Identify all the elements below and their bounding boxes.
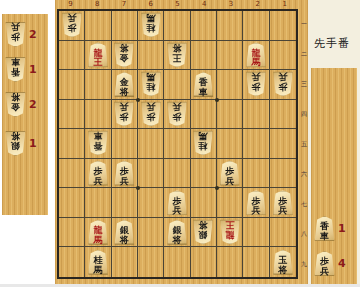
square-9-4[interactable] [59,100,85,130]
shogi-piece-歩兵[interactable]: 歩兵 [245,190,266,215]
shogi-piece-桂馬[interactable]: 桂馬 [193,131,214,156]
star-point [136,186,140,190]
rank-label: 二 [300,39,308,69]
rank-label: 五 [300,129,308,159]
shogi-piece-歩兵[interactable]: 歩兵 [166,190,187,215]
square-7-3[interactable]: 金将 [112,70,138,100]
file-label: 3 [218,0,245,9]
square-4-8[interactable]: 銀将 [191,218,217,248]
star-point [215,98,219,102]
square-6-7[interactable] [138,188,164,218]
shogi-piece-金将[interactable]: 金将 [5,92,26,117]
square-5-6[interactable] [164,159,190,189]
square-2-4[interactable] [243,100,269,130]
square-7-2[interactable]: 金将 [112,41,138,71]
square-4-7[interactable] [191,188,217,218]
square-4-1[interactable] [191,11,217,41]
shogi-piece-香車[interactable]: 香車 [193,72,214,97]
shogi-piece-歩兵[interactable]: 歩兵 [114,101,135,126]
square-3-1[interactable] [217,11,243,41]
shogi-piece-香車[interactable]: 香車 [314,216,335,241]
shogi-piece-歩兵[interactable]: 歩兵 [166,101,187,126]
square-1-5[interactable] [270,129,296,159]
square-2-9[interactable] [243,247,269,277]
rank-label: 四 [300,99,308,129]
square-4-2[interactable] [191,41,217,71]
square-1-6[interactable] [270,159,296,189]
shogi-piece-歩兵[interactable]: 歩兵 [245,72,266,97]
shogi-piece-金将[interactable]: 金将 [114,42,135,67]
square-3-9[interactable] [217,247,243,277]
square-6-3[interactable]: 桂馬 [138,70,164,100]
square-6-1[interactable]: 桂馬 [138,11,164,41]
shogi-piece-桂馬[interactable]: 桂馬 [140,13,161,38]
square-8-8[interactable]: 龍馬 [85,218,111,248]
sente-captured-tray: 香車1歩兵4 [311,68,357,287]
hand-count: 4 [338,258,346,269]
square-3-3[interactable] [217,70,243,100]
square-8-2[interactable]: 龍王 [85,41,111,71]
file-label: 2 [244,0,271,9]
square-8-4[interactable] [85,100,111,130]
square-9-2[interactable] [59,41,85,71]
shogi-piece-龍王[interactable]: 龍王 [219,220,240,245]
square-2-6[interactable] [243,159,269,189]
rank-label: 七 [300,189,308,219]
shogi-board: 987654321 歩兵桂馬龍王金将王将龍馬金将桂馬香車歩兵歩兵歩兵歩兵歩兵香車… [55,0,308,284]
square-7-9[interactable] [112,247,138,277]
square-8-1[interactable] [85,11,111,41]
rank-labels: 一二三四五六七八九 [300,9,308,279]
square-9-5[interactable] [59,129,85,159]
hand-slot: 歩兵2 [5,22,37,47]
square-4-5[interactable]: 桂馬 [191,129,217,159]
square-3-2[interactable] [217,41,243,71]
square-5-9[interactable] [164,247,190,277]
shogi-piece-銀将[interactable]: 銀将 [166,220,187,245]
square-7-4[interactable]: 歩兵 [112,100,138,130]
hand-slot: 香車1 [5,57,37,82]
rank-label: 九 [300,249,308,279]
square-8-3[interactable] [85,70,111,100]
square-3-7[interactable] [217,188,243,218]
square-2-7[interactable]: 歩兵 [243,188,269,218]
hand-slot: 金将2 [5,92,37,117]
hand-slot: 歩兵4 [314,251,346,276]
file-label: 1 [271,0,298,9]
hand-slot: 銀将1 [5,131,37,156]
hand-count: 1 [29,64,37,75]
shogi-piece-歩兵[interactable]: 歩兵 [61,13,82,38]
square-3-8[interactable]: 龍王 [217,218,243,248]
file-label: 4 [191,0,218,9]
square-5-7[interactable]: 歩兵 [164,188,190,218]
square-1-7[interactable]: 歩兵 [270,188,296,218]
shogi-piece-歩兵[interactable]: 歩兵 [140,101,161,126]
square-6-9[interactable] [138,247,164,277]
square-6-2[interactable] [138,41,164,71]
square-4-6[interactable] [191,159,217,189]
square-4-9[interactable] [191,247,217,277]
hand-slot: 香車1 [314,216,346,241]
square-5-5[interactable] [164,129,190,159]
square-1-3[interactable]: 歩兵 [270,70,296,100]
shogi-piece-香車[interactable]: 香車 [87,131,108,156]
square-2-8[interactable] [243,218,269,248]
shogi-piece-金将[interactable]: 金将 [114,72,135,97]
square-9-9[interactable] [59,247,85,277]
shogi-piece-歩兵[interactable]: 歩兵 [5,22,26,47]
square-5-8[interactable]: 銀将 [164,218,190,248]
star-point [215,186,219,190]
square-9-7[interactable] [59,188,85,218]
square-7-8[interactable]: 銀将 [112,218,138,248]
shogi-piece-歩兵[interactable]: 歩兵 [314,251,335,276]
square-6-4[interactable]: 歩兵 [138,100,164,130]
square-9-8[interactable] [59,218,85,248]
hand-count: 1 [29,138,37,149]
square-8-6[interactable]: 歩兵 [85,159,111,189]
file-label: 7 [111,0,138,9]
shogi-piece-銀将[interactable]: 銀将 [5,131,26,156]
file-label: 8 [84,0,111,9]
square-8-7[interactable] [85,188,111,218]
shogi-piece-歩兵[interactable]: 歩兵 [219,161,240,186]
shogi-piece-王将[interactable]: 王将 [166,42,187,67]
square-1-2[interactable] [270,41,296,71]
square-9-1[interactable]: 歩兵 [59,11,85,41]
square-4-4[interactable] [191,100,217,130]
square-8-5[interactable]: 香車 [85,129,111,159]
square-7-5[interactable] [112,129,138,159]
shogi-piece-歩兵[interactable]: 歩兵 [272,190,293,215]
shogi-piece-歩兵[interactable]: 歩兵 [114,161,135,186]
square-9-6[interactable] [59,159,85,189]
square-2-5[interactable] [243,129,269,159]
square-7-6[interactable]: 歩兵 [112,159,138,189]
shogi-piece-歩兵[interactable]: 歩兵 [87,161,108,186]
rank-label: 六 [300,159,308,189]
square-5-4[interactable]: 歩兵 [164,100,190,130]
hand-count: 1 [338,223,346,234]
square-3-6[interactable]: 歩兵 [217,159,243,189]
square-5-3[interactable] [164,70,190,100]
square-1-8[interactable] [270,218,296,248]
square-6-5[interactable] [138,129,164,159]
square-8-9[interactable]: 桂馬 [85,247,111,277]
shogi-piece-銀将[interactable]: 銀将 [114,220,135,245]
square-5-2[interactable]: 王将 [164,41,190,71]
shogi-piece-龍馬[interactable]: 龍馬 [245,42,266,67]
square-9-3[interactable] [59,70,85,100]
hand-count: 2 [29,99,37,110]
shogi-piece-香車[interactable]: 香車 [5,57,26,82]
square-3-5[interactable] [217,129,243,159]
star-point [136,98,140,102]
square-7-7[interactable] [112,188,138,218]
shogi-piece-桂馬[interactable]: 桂馬 [140,72,161,97]
square-6-8[interactable] [138,218,164,248]
square-2-1[interactable] [243,11,269,41]
board-grid: 歩兵桂馬龍王金将王将龍馬金将桂馬香車歩兵歩兵歩兵歩兵歩兵香車桂馬歩兵歩兵歩兵歩兵… [57,9,298,279]
shogi-piece-龍王[interactable]: 龍王 [87,42,108,67]
gote-captured-tray: 歩兵2香車1金将2銀将1 [2,14,48,215]
shogi-piece-歩兵[interactable]: 歩兵 [272,72,293,97]
square-3-4[interactable] [217,100,243,130]
rank-label: 一 [300,9,308,39]
hand-count: 2 [29,29,37,40]
square-7-1[interactable] [112,11,138,41]
square-4-3[interactable]: 香車 [191,70,217,100]
square-2-3[interactable]: 歩兵 [243,70,269,100]
file-label: 6 [137,0,164,9]
shogi-app: { "game": "shogi", "position": "p2n5/1+R… [0,0,360,287]
shogi-piece-桂馬[interactable]: 桂馬 [87,250,108,275]
square-1-9[interactable]: 玉将 [270,247,296,277]
square-1-1[interactable] [270,11,296,41]
file-label: 9 [57,0,84,9]
shogi-piece-龍馬[interactable]: 龍馬 [87,220,108,245]
file-label: 5 [164,0,191,9]
rank-label: 八 [300,219,308,249]
shogi-piece-玉将[interactable]: 玉将 [272,250,293,275]
square-5-1[interactable] [164,11,190,41]
turn-indicator: 先手番 [314,36,350,51]
square-2-2[interactable]: 龍馬 [243,41,269,71]
file-labels: 987654321 [57,0,298,9]
rank-label: 三 [300,69,308,99]
square-1-4[interactable] [270,100,296,130]
shogi-piece-銀将[interactable]: 銀将 [193,220,214,245]
square-6-6[interactable] [138,159,164,189]
